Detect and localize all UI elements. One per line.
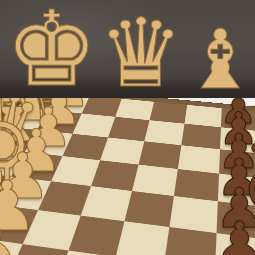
lineup-king-piece: ♚ bbox=[5, 0, 98, 98]
piece-lineup-row: ♚ ♛ ♝ ♞ ♜ ♟ bbox=[0, 0, 255, 98]
lineup-queen-piece: ♛ bbox=[98, 6, 183, 98]
board-square-e5 bbox=[124, 191, 174, 227]
board-scene bbox=[0, 98, 255, 255]
board-photo: ♜♞♝♛♚♝♞♜♟♟♟♟♟♟♟♟♟♟♟♟♟♟♟♟♜♞♝♛♚♝♞♜ bbox=[0, 98, 255, 255]
board-square-f5 bbox=[115, 221, 169, 255]
product-photo-collage: ♚ ♛ ♝ ♞ ♜ ♟ ♜♞♝♛♚♝♞♜♟♟♟♟♟♟♟♟♟♟♟♟♟♟♟♟♜♞♝♛… bbox=[0, 0, 255, 255]
piece-lineup-photo: ♚ ♛ ♝ ♞ ♜ ♟ bbox=[0, 0, 255, 98]
lineup-bishop-piece: ♝ bbox=[183, 19, 255, 98]
chess-board bbox=[0, 98, 255, 255]
